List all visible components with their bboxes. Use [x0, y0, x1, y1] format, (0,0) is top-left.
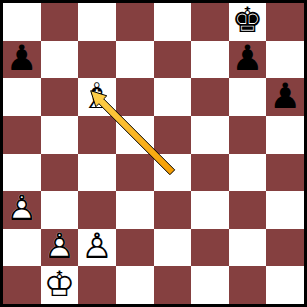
- square-a1[interactable]: [3, 266, 41, 304]
- square-e5[interactable]: [154, 116, 192, 154]
- square-h3[interactable]: [266, 191, 304, 229]
- square-e2[interactable]: [154, 229, 192, 267]
- square-c3[interactable]: [78, 191, 116, 229]
- square-h5[interactable]: [266, 116, 304, 154]
- piece-white-pawn: ♟♙: [41, 229, 79, 267]
- square-b3[interactable]: [41, 191, 79, 229]
- square-g1[interactable]: [229, 266, 267, 304]
- square-d1[interactable]: [116, 266, 154, 304]
- piece-white-bishop: ♝♗: [78, 78, 116, 116]
- square-e1[interactable]: [154, 266, 192, 304]
- square-f4[interactable]: [191, 154, 229, 192]
- square-g8[interactable]: ♚: [229, 3, 267, 41]
- square-g3[interactable]: [229, 191, 267, 229]
- square-e8[interactable]: [154, 3, 192, 41]
- square-f5[interactable]: [191, 116, 229, 154]
- square-d4[interactable]: [116, 154, 154, 192]
- square-a4[interactable]: [3, 154, 41, 192]
- square-h2[interactable]: [266, 229, 304, 267]
- square-f2[interactable]: [191, 229, 229, 267]
- square-f1[interactable]: [191, 266, 229, 304]
- square-b7[interactable]: [41, 41, 79, 79]
- square-g4[interactable]: [229, 154, 267, 192]
- square-f8[interactable]: [191, 3, 229, 41]
- piece-black-pawn: ♟: [3, 41, 41, 79]
- square-a3[interactable]: ♟♙: [3, 191, 41, 229]
- square-d7[interactable]: [116, 41, 154, 79]
- square-b4[interactable]: [41, 154, 79, 192]
- square-d8[interactable]: [116, 3, 154, 41]
- square-h7[interactable]: [266, 41, 304, 79]
- square-a2[interactable]: [3, 229, 41, 267]
- square-h1[interactable]: [266, 266, 304, 304]
- chess-board[interactable]: ♚♟♟♝♗♟♟♙♟♙♟♙♚♔: [3, 3, 304, 304]
- piece-black-king: ♚: [229, 3, 267, 41]
- square-c8[interactable]: [78, 3, 116, 41]
- square-c2[interactable]: ♟♙: [78, 229, 116, 267]
- square-f7[interactable]: [191, 41, 229, 79]
- square-b8[interactable]: [41, 3, 79, 41]
- square-a8[interactable]: [3, 3, 41, 41]
- chess-diagram: ♚♟♟♝♗♟♟♙♟♙♟♙♚♔: [0, 0, 307, 307]
- square-b6[interactable]: [41, 78, 79, 116]
- square-c1[interactable]: [78, 266, 116, 304]
- piece-white-king: ♚♔: [41, 266, 79, 304]
- square-h4[interactable]: [266, 154, 304, 192]
- square-e6[interactable]: [154, 78, 192, 116]
- piece-white-pawn: ♟♙: [78, 229, 116, 267]
- square-h8[interactable]: [266, 3, 304, 41]
- square-f3[interactable]: [191, 191, 229, 229]
- square-a5[interactable]: [3, 116, 41, 154]
- square-c4[interactable]: [78, 154, 116, 192]
- square-g5[interactable]: [229, 116, 267, 154]
- square-g7[interactable]: ♟: [229, 41, 267, 79]
- piece-black-pawn: ♟: [266, 78, 304, 116]
- square-d5[interactable]: [116, 116, 154, 154]
- square-d6[interactable]: [116, 78, 154, 116]
- square-f6[interactable]: [191, 78, 229, 116]
- board-frame: ♚♟♟♝♗♟♟♙♟♙♟♙♚♔: [0, 0, 307, 307]
- square-b1[interactable]: ♚♔: [41, 266, 79, 304]
- square-e4[interactable]: [154, 154, 192, 192]
- piece-black-pawn: ♟: [229, 41, 267, 79]
- square-c6[interactable]: ♝♗: [78, 78, 116, 116]
- square-h6[interactable]: ♟: [266, 78, 304, 116]
- piece-white-pawn: ♟♙: [3, 191, 41, 229]
- square-d2[interactable]: [116, 229, 154, 267]
- square-e7[interactable]: [154, 41, 192, 79]
- square-c7[interactable]: [78, 41, 116, 79]
- square-b5[interactable]: [41, 116, 79, 154]
- square-b2[interactable]: ♟♙: [41, 229, 79, 267]
- square-a7[interactable]: ♟: [3, 41, 41, 79]
- square-c5[interactable]: [78, 116, 116, 154]
- square-d3[interactable]: [116, 191, 154, 229]
- square-a6[interactable]: [3, 78, 41, 116]
- square-g2[interactable]: [229, 229, 267, 267]
- square-e3[interactable]: [154, 191, 192, 229]
- square-g6[interactable]: [229, 78, 267, 116]
